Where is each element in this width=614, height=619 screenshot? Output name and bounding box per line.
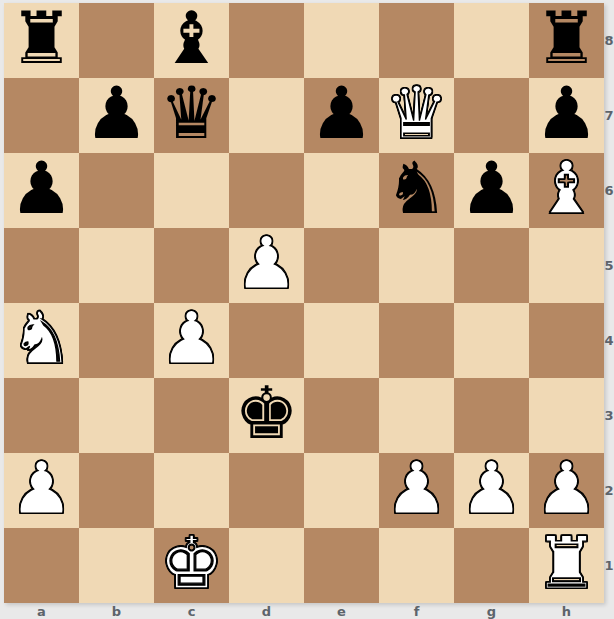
square-b7[interactable]: ♟: [79, 78, 154, 153]
square-a8[interactable]: ♜: [4, 3, 79, 78]
square-h2[interactable]: ♟: [529, 453, 604, 528]
square-b8[interactable]: [79, 3, 154, 78]
white-pawn-g2: ♟: [459, 453, 524, 526]
square-d3[interactable]: ♚: [229, 378, 304, 453]
square-a3[interactable]: [4, 378, 79, 453]
black-pawn-h7: ♟: [534, 78, 599, 151]
file-label-f: f: [379, 603, 454, 619]
square-h8[interactable]: ♜: [529, 3, 604, 78]
square-d6[interactable]: [229, 153, 304, 228]
chessboard-screenshot: ♜♝♜♟♛♟♛♟♟♞♟♝♟♞♟♚♟♟♟♟♚♜ 87654321 abcdefgh: [0, 0, 614, 619]
square-d1[interactable]: [229, 528, 304, 603]
square-g2[interactable]: ♟: [454, 453, 529, 528]
square-c5[interactable]: [154, 228, 229, 303]
square-f4[interactable]: [379, 303, 454, 378]
square-f5[interactable]: [379, 228, 454, 303]
rank-label-7: 7: [604, 78, 614, 153]
rank-label-6: 6: [604, 153, 614, 228]
square-h4[interactable]: [529, 303, 604, 378]
square-b5[interactable]: [79, 228, 154, 303]
file-label-h: h: [529, 603, 604, 619]
square-a6[interactable]: ♟: [4, 153, 79, 228]
white-bishop-h6: ♝: [534, 153, 599, 226]
square-h3[interactable]: [529, 378, 604, 453]
square-g4[interactable]: [454, 303, 529, 378]
square-e3[interactable]: [304, 378, 379, 453]
black-knight-f6: ♞: [384, 153, 449, 226]
square-b1[interactable]: [79, 528, 154, 603]
white-pawn-a2: ♟: [9, 453, 74, 526]
square-g8[interactable]: [454, 3, 529, 78]
square-e1[interactable]: [304, 528, 379, 603]
square-c7[interactable]: ♛: [154, 78, 229, 153]
square-d8[interactable]: [229, 3, 304, 78]
file-label-e: e: [304, 603, 379, 619]
square-f6[interactable]: ♞: [379, 153, 454, 228]
chess-board: ♜♝♜♟♛♟♛♟♟♞♟♝♟♞♟♚♟♟♟♟♚♜: [4, 3, 604, 603]
square-d2[interactable]: [229, 453, 304, 528]
black-pawn-g6: ♟: [459, 153, 524, 226]
black-king-d3: ♚: [234, 378, 299, 451]
square-f2[interactable]: ♟: [379, 453, 454, 528]
file-label-c: c: [154, 603, 229, 619]
rank-label-8: 8: [604, 3, 614, 78]
square-d5[interactable]: ♟: [229, 228, 304, 303]
square-e2[interactable]: [304, 453, 379, 528]
square-c4[interactable]: ♟: [154, 303, 229, 378]
square-c2[interactable]: [154, 453, 229, 528]
square-e7[interactable]: ♟: [304, 78, 379, 153]
square-f8[interactable]: [379, 3, 454, 78]
file-label-g: g: [454, 603, 529, 619]
white-pawn-c4: ♟: [159, 303, 224, 376]
black-queen-c7: ♛: [159, 78, 224, 151]
square-h7[interactable]: ♟: [529, 78, 604, 153]
square-e6[interactable]: [304, 153, 379, 228]
file-label-d: d: [229, 603, 304, 619]
square-e8[interactable]: [304, 3, 379, 78]
rank-label-5: 5: [604, 228, 614, 303]
square-g6[interactable]: ♟: [454, 153, 529, 228]
square-b4[interactable]: [79, 303, 154, 378]
square-a1[interactable]: [4, 528, 79, 603]
white-king-c1: ♚: [159, 528, 224, 601]
rank-labels: 87654321: [604, 3, 614, 603]
rank-label-2: 2: [604, 453, 614, 528]
square-d7[interactable]: [229, 78, 304, 153]
white-pawn-d5: ♟: [234, 228, 299, 301]
black-rook-h8: ♜: [534, 3, 599, 76]
square-b2[interactable]: [79, 453, 154, 528]
square-f3[interactable]: [379, 378, 454, 453]
file-label-a: a: [4, 603, 79, 619]
square-a4[interactable]: ♞: [4, 303, 79, 378]
square-a5[interactable]: [4, 228, 79, 303]
white-queen-f7: ♛: [384, 78, 449, 151]
square-f7[interactable]: ♛: [379, 78, 454, 153]
black-pawn-e7: ♟: [309, 78, 374, 151]
square-h1[interactable]: ♜: [529, 528, 604, 603]
square-c3[interactable]: [154, 378, 229, 453]
square-c8[interactable]: ♝: [154, 3, 229, 78]
black-bishop-c8: ♝: [159, 3, 224, 76]
square-d4[interactable]: [229, 303, 304, 378]
file-labels: abcdefgh: [4, 603, 604, 619]
file-label-b: b: [79, 603, 154, 619]
square-h5[interactable]: [529, 228, 604, 303]
rank-label-1: 1: [604, 528, 614, 603]
square-e4[interactable]: [304, 303, 379, 378]
square-c6[interactable]: [154, 153, 229, 228]
square-g5[interactable]: [454, 228, 529, 303]
white-knight-a4: ♞: [9, 303, 74, 376]
black-rook-a8: ♜: [9, 3, 74, 76]
square-b6[interactable]: [79, 153, 154, 228]
square-f1[interactable]: [379, 528, 454, 603]
square-g7[interactable]: [454, 78, 529, 153]
white-pawn-h2: ♟: [534, 453, 599, 526]
square-a2[interactable]: ♟: [4, 453, 79, 528]
square-e5[interactable]: [304, 228, 379, 303]
rank-label-3: 3: [604, 378, 614, 453]
white-rook-h1: ♜: [534, 528, 599, 601]
square-c1[interactable]: ♚: [154, 528, 229, 603]
square-g3[interactable]: [454, 378, 529, 453]
square-h6[interactable]: ♝: [529, 153, 604, 228]
black-pawn-b7: ♟: [84, 78, 149, 151]
rank-label-4: 4: [604, 303, 614, 378]
white-pawn-f2: ♟: [384, 453, 449, 526]
square-b3[interactable]: [79, 378, 154, 453]
black-pawn-a6: ♟: [9, 153, 74, 226]
square-a7[interactable]: [4, 78, 79, 153]
square-g1[interactable]: [454, 528, 529, 603]
